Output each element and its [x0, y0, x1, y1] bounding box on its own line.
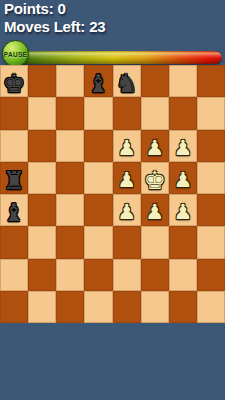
square-f6[interactable]: ♟	[141, 130, 169, 162]
piece-black-bishop-d8[interactable]: ♝	[87, 71, 109, 96]
square-e5[interactable]: ♟	[113, 162, 141, 194]
square-a4[interactable]: ♝	[0, 194, 28, 226]
moves-left-value: 23	[89, 18, 105, 35]
square-e7[interactable]	[113, 97, 141, 129]
square-b4[interactable]	[28, 194, 56, 226]
square-c8[interactable]	[56, 65, 84, 97]
square-a3[interactable]	[0, 226, 28, 258]
square-e1[interactable]	[113, 291, 141, 323]
piece-white-pawn-e5[interactable]: ♟	[117, 170, 136, 191]
square-a7[interactable]	[0, 97, 28, 129]
square-g4[interactable]: ♟	[169, 194, 197, 226]
square-b8[interactable]	[28, 65, 56, 97]
square-b3[interactable]	[28, 226, 56, 258]
square-d8[interactable]: ♝	[84, 65, 112, 97]
piece-white-pawn-f4[interactable]: ♟	[145, 202, 164, 223]
piece-white-pawn-g6[interactable]: ♟	[173, 138, 192, 159]
square-h1[interactable]	[197, 291, 225, 323]
square-c7[interactable]	[56, 97, 84, 129]
square-g6[interactable]: ♟	[169, 130, 197, 162]
square-b5[interactable]	[28, 162, 56, 194]
square-g1[interactable]	[169, 291, 197, 323]
square-b6[interactable]	[28, 130, 56, 162]
moves-left-label: Moves Left:	[4, 18, 85, 35]
square-f7[interactable]	[141, 97, 169, 129]
square-g3[interactable]	[169, 226, 197, 258]
points-value: 0	[57, 0, 65, 17]
square-d3[interactable]	[84, 226, 112, 258]
square-c5[interactable]	[56, 162, 84, 194]
square-d1[interactable]	[84, 291, 112, 323]
piece-black-king-a8[interactable]: ♚	[3, 71, 25, 96]
square-g7[interactable]	[169, 97, 197, 129]
square-b7[interactable]	[28, 97, 56, 129]
points-line: Points: 0	[4, 0, 105, 18]
square-f4[interactable]: ♟	[141, 194, 169, 226]
square-e4[interactable]: ♟	[113, 194, 141, 226]
square-f2[interactable]	[141, 259, 169, 291]
square-d4[interactable]	[84, 194, 112, 226]
square-d2[interactable]	[84, 259, 112, 291]
pause-button[interactable]: PAUSE	[2, 40, 29, 67]
piece-black-knight-e8[interactable]: ♞	[115, 71, 137, 96]
piece-white-pawn-g4[interactable]: ♟	[173, 202, 192, 223]
piece-white-pawn-e4[interactable]: ♟	[117, 202, 136, 223]
points-label: Points:	[4, 0, 53, 17]
square-a6[interactable]	[0, 130, 28, 162]
square-b1[interactable]	[28, 291, 56, 323]
square-g8[interactable]	[169, 65, 197, 97]
square-h2[interactable]	[197, 259, 225, 291]
square-c2[interactable]	[56, 259, 84, 291]
square-e6[interactable]: ♟	[113, 130, 141, 162]
square-g2[interactable]	[169, 259, 197, 291]
square-d6[interactable]	[84, 130, 112, 162]
chess-board: ♚♝♞♟♟♟♜♟♚♟♝♟♟♟	[0, 65, 225, 323]
square-b2[interactable]	[28, 259, 56, 291]
square-e3[interactable]	[113, 226, 141, 258]
square-c1[interactable]	[56, 291, 84, 323]
square-f3[interactable]	[141, 226, 169, 258]
square-c6[interactable]	[56, 130, 84, 162]
square-a5[interactable]: ♜	[0, 162, 28, 194]
square-h5[interactable]	[197, 162, 225, 194]
piece-white-pawn-f6[interactable]: ♟	[145, 138, 164, 159]
time-progress-fill	[14, 51, 222, 64]
piece-white-pawn-g5[interactable]: ♟	[173, 170, 192, 191]
square-d7[interactable]	[84, 97, 112, 129]
piece-black-rook-a5[interactable]: ♜	[3, 168, 25, 193]
square-f8[interactable]	[141, 65, 169, 97]
square-h8[interactable]	[197, 65, 225, 97]
square-e8[interactable]: ♞	[113, 65, 141, 97]
moves-left-line: Moves Left: 23	[4, 18, 105, 36]
square-a1[interactable]	[0, 291, 28, 323]
game-screen: Points: 0 Moves Left: 23 PAUSE ♚♝♞♟♟♟♜♟♚…	[0, 0, 225, 400]
square-c3[interactable]	[56, 226, 84, 258]
square-f1[interactable]	[141, 291, 169, 323]
square-h4[interactable]	[197, 194, 225, 226]
square-h6[interactable]	[197, 130, 225, 162]
square-a8[interactable]: ♚	[0, 65, 28, 97]
pause-button-label: PAUSE	[4, 49, 27, 58]
score-hud: Points: 0 Moves Left: 23	[4, 0, 105, 36]
square-f5[interactable]: ♚	[141, 162, 169, 194]
square-h7[interactable]	[197, 97, 225, 129]
square-a2[interactable]	[0, 259, 28, 291]
square-g5[interactable]: ♟	[169, 162, 197, 194]
square-d5[interactable]	[84, 162, 112, 194]
square-c4[interactable]	[56, 194, 84, 226]
piece-white-pawn-e6[interactable]: ♟	[117, 138, 136, 159]
piece-white-king-f5[interactable]: ♚	[143, 168, 165, 193]
square-e2[interactable]	[113, 259, 141, 291]
time-progress-track	[14, 51, 222, 64]
square-h3[interactable]	[197, 226, 225, 258]
piece-black-bishop-a4[interactable]: ♝	[3, 200, 25, 225]
